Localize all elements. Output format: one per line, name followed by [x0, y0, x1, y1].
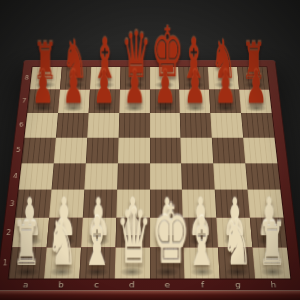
file-label-b: b: [43, 279, 79, 290]
square-a5[interactable]: [22, 137, 56, 163]
white-rook[interactable]: ♜: [10, 215, 42, 275]
square-f6[interactable]: [180, 113, 212, 137]
square-b7[interactable]: ♟: [58, 90, 90, 113]
square-h7[interactable]: ♟: [239, 90, 272, 113]
square-g7[interactable]: ♟: [209, 90, 241, 113]
file-label-h: h: [255, 279, 291, 290]
square-g5[interactable]: [212, 137, 245, 163]
red-pawn[interactable]: ♟: [242, 64, 270, 110]
square-f7[interactable]: ♟: [179, 90, 210, 113]
square-h1[interactable]: ♜: [253, 247, 291, 278]
square-a6[interactable]: [25, 113, 58, 137]
square-b6[interactable]: [56, 113, 89, 137]
file-label-c: c: [78, 279, 114, 290]
square-c4[interactable]: [84, 163, 117, 190]
square-e6[interactable]: [150, 113, 181, 137]
white-knight[interactable]: ♞: [221, 212, 253, 275]
square-b5[interactable]: [54, 137, 87, 163]
white-queen[interactable]: ♛: [116, 200, 148, 275]
red-pawn[interactable]: ♟: [212, 64, 240, 110]
square-b1[interactable]: ♞: [44, 247, 81, 278]
square-d6[interactable]: [118, 113, 149, 137]
square-e1[interactable]: ♚: [150, 247, 185, 278]
square-g4[interactable]: [213, 163, 247, 190]
file-labels: abcdefgh: [7, 279, 291, 290]
square-f5[interactable]: [181, 137, 214, 163]
square-d7[interactable]: ♟: [119, 90, 150, 113]
square-h5[interactable]: [243, 137, 277, 163]
white-knight[interactable]: ♞: [46, 212, 78, 275]
red-pawn[interactable]: ♟: [120, 64, 148, 110]
red-pawn[interactable]: ♟: [181, 64, 209, 110]
square-g6[interactable]: [211, 113, 244, 137]
file-label-f: f: [185, 279, 221, 290]
square-a1[interactable]: ♜: [9, 247, 47, 278]
square-c6[interactable]: [87, 113, 119, 137]
square-c7[interactable]: ♟: [88, 90, 119, 113]
white-rook[interactable]: ♜: [256, 215, 288, 275]
file-label-a: a: [7, 279, 43, 290]
white-king[interactable]: ♚: [151, 193, 183, 275]
board-front-edge: [0, 290, 300, 300]
file-label-e: e: [150, 279, 186, 290]
square-c5[interactable]: [86, 137, 119, 163]
board-grid: ♜♞♝♛♚♝♞♜♟♟♟♟♟♟♟♟♟♟♟♟♟♟♟♟♜♞♝♛♚♝♞♜: [9, 67, 291, 278]
square-h4[interactable]: [245, 163, 280, 190]
red-pawn[interactable]: ♟: [29, 64, 57, 110]
white-bishop[interactable]: ♝: [186, 208, 218, 275]
app-background: ♜♞♝♛♚♝♞♜♟♟♟♟♟♟♟♟♟♟♟♟♟♟♟♟♜♞♝♛♚♝♞♜ 8765432…: [0, 0, 300, 300]
chess-board: ♜♞♝♛♚♝♞♜♟♟♟♟♟♟♟♟♟♟♟♟♟♟♟♟♜♞♝♛♚♝♞♜ 8765432…: [0, 60, 300, 300]
red-pawn[interactable]: ♟: [90, 64, 118, 110]
file-label-d: d: [114, 279, 150, 290]
square-g1[interactable]: ♞: [218, 247, 255, 278]
square-e5[interactable]: [150, 137, 182, 163]
square-c1[interactable]: ♝: [79, 247, 115, 278]
square-f1[interactable]: ♝: [184, 247, 220, 278]
square-b4[interactable]: [51, 163, 85, 190]
red-pawn[interactable]: ♟: [59, 64, 87, 110]
file-label-g: g: [220, 279, 256, 290]
square-e7[interactable]: ♟: [150, 90, 181, 113]
square-a7[interactable]: ♟: [27, 90, 60, 113]
white-bishop[interactable]: ♝: [81, 208, 113, 275]
square-d5[interactable]: [118, 137, 150, 163]
red-pawn[interactable]: ♟: [151, 64, 179, 110]
square-d1[interactable]: ♛: [114, 247, 149, 278]
square-h6[interactable]: [241, 113, 274, 137]
square-a4[interactable]: [19, 163, 54, 190]
square-d4[interactable]: [117, 163, 150, 190]
